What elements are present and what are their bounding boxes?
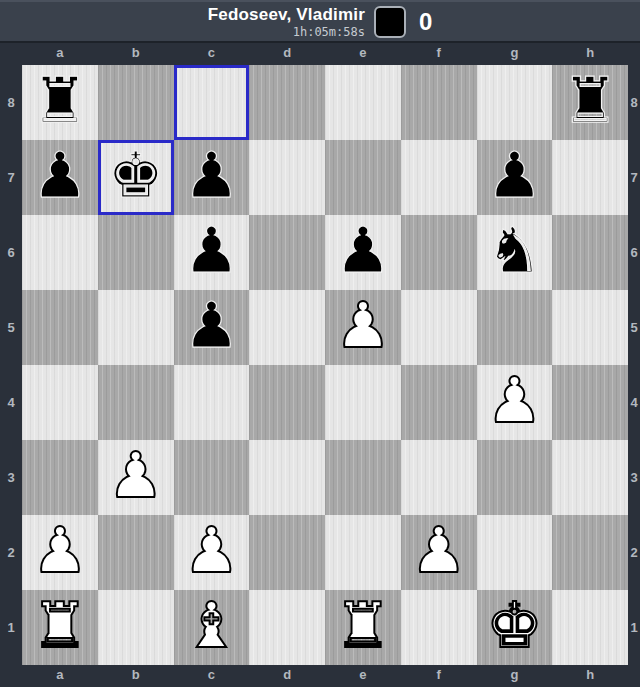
square-f2[interactable]: ♟ [401, 515, 477, 590]
square-b5[interactable] [98, 290, 174, 365]
piece-bp-c7[interactable]: ♟ [183, 144, 239, 207]
rank-label-7: 7 [0, 140, 22, 215]
square-d4[interactable] [249, 365, 325, 440]
piece-wp-c2[interactable]: ♟ [183, 519, 239, 582]
file-label-d: d [249, 43, 325, 65]
square-a5[interactable] [22, 290, 98, 365]
square-b7[interactable]: ♚ [98, 140, 174, 215]
piece-wp-f2[interactable]: ♟ [410, 519, 466, 582]
square-b8[interactable] [98, 65, 174, 140]
square-a2[interactable]: ♟ [22, 515, 98, 590]
rank-label-2: 2 [628, 515, 640, 590]
square-d6[interactable] [249, 215, 325, 290]
rank-label-5: 5 [628, 290, 640, 365]
square-d7[interactable] [249, 140, 325, 215]
square-e3[interactable] [325, 440, 401, 515]
piece-wk-g1[interactable]: ♚ [486, 594, 542, 657]
piece-bk-b7[interactable]: ♚ [107, 144, 163, 207]
square-c4[interactable] [174, 365, 250, 440]
square-h3[interactable] [552, 440, 628, 515]
square-c5[interactable]: ♟ [174, 290, 250, 365]
square-g7[interactable]: ♟ [477, 140, 553, 215]
square-h7[interactable] [552, 140, 628, 215]
player-header: Fedoseev, Vladimir 1h:05m:58s 0 [0, 0, 640, 43]
square-f3[interactable] [401, 440, 477, 515]
square-d1[interactable] [249, 590, 325, 665]
square-g5[interactable] [477, 290, 553, 365]
square-b4[interactable] [98, 365, 174, 440]
square-h4[interactable] [552, 365, 628, 440]
square-h5[interactable] [552, 290, 628, 365]
square-a7[interactable]: ♟ [22, 140, 98, 215]
square-e1[interactable]: ♜ [325, 590, 401, 665]
square-a8[interactable]: ♜ [22, 65, 98, 140]
square-a3[interactable] [22, 440, 98, 515]
square-e2[interactable] [325, 515, 401, 590]
file-label-a: a [22, 43, 98, 65]
square-g6[interactable]: ♞ [477, 215, 553, 290]
piece-bn-g6[interactable]: ♞ [486, 219, 542, 282]
square-c7[interactable]: ♟ [174, 140, 250, 215]
piece-wp-g4[interactable]: ♟ [486, 369, 542, 432]
file-label-b: b [98, 665, 174, 687]
square-h6[interactable] [552, 215, 628, 290]
piece-bp-g7[interactable]: ♟ [486, 144, 542, 207]
square-b6[interactable] [98, 215, 174, 290]
file-label-g: g [477, 665, 553, 687]
file-label-a: a [22, 665, 98, 687]
piece-wr-a1[interactable]: ♜ [32, 594, 88, 657]
square-h1[interactable] [552, 590, 628, 665]
square-d3[interactable] [249, 440, 325, 515]
square-b3[interactable]: ♟ [98, 440, 174, 515]
chess-app-window: Fedoseev, Vladimir 1h:05m:58s 0 abcdefgh… [0, 0, 640, 687]
file-label-e: e [325, 43, 401, 65]
rank-labels-right: 87654321 [628, 65, 640, 665]
rank-label-6: 6 [628, 215, 640, 290]
rank-labels-left: 87654321 [0, 65, 22, 665]
square-e4[interactable] [325, 365, 401, 440]
square-b2[interactable] [98, 515, 174, 590]
square-c1[interactable]: ♝ [174, 590, 250, 665]
file-label-h: h [552, 43, 628, 65]
file-labels-top: abcdefgh [0, 43, 640, 65]
square-c8[interactable] [174, 65, 250, 140]
rank-label-6: 6 [0, 215, 22, 290]
square-d2[interactable] [249, 515, 325, 590]
rank-label-4: 4 [628, 365, 640, 440]
player-clock: 1h:05m:58s [293, 25, 365, 39]
file-label-e: e [325, 665, 401, 687]
square-b1[interactable] [98, 590, 174, 665]
rank-label-1: 1 [628, 590, 640, 665]
file-label-f: f [401, 43, 477, 65]
square-a6[interactable] [22, 215, 98, 290]
square-f7[interactable] [401, 140, 477, 215]
square-f6[interactable] [401, 215, 477, 290]
player-color-indicator-black [374, 6, 406, 38]
rank-label-8: 8 [628, 65, 640, 140]
square-d5[interactable] [249, 290, 325, 365]
piece-br-a8[interactable]: ♜ [32, 69, 88, 132]
square-c6[interactable]: ♟ [174, 215, 250, 290]
square-e6[interactable]: ♟ [325, 215, 401, 290]
file-label-b: b [98, 43, 174, 65]
rank-label-4: 4 [0, 365, 22, 440]
player-info-block: Fedoseev, Vladimir 1h:05m:58s [208, 5, 365, 39]
rank-label-1: 1 [0, 590, 22, 665]
square-g1[interactable]: ♚ [477, 590, 553, 665]
file-label-d: d [249, 665, 325, 687]
piece-bp-c5[interactable]: ♟ [183, 294, 239, 357]
player-score: 0 [419, 8, 432, 36]
piece-bp-e6[interactable]: ♟ [335, 219, 391, 282]
piece-wp-b3[interactable]: ♟ [107, 444, 163, 507]
square-h2[interactable] [552, 515, 628, 590]
file-label-c: c [174, 43, 250, 65]
rank-label-2: 2 [0, 515, 22, 590]
rank-label-5: 5 [0, 290, 22, 365]
rank-label-3: 3 [628, 440, 640, 515]
player-name: Fedoseev, Vladimir [208, 5, 365, 24]
square-g4[interactable]: ♟ [477, 365, 553, 440]
piece-wp-a2[interactable]: ♟ [32, 519, 88, 582]
square-e8[interactable] [325, 65, 401, 140]
rank-label-8: 8 [0, 65, 22, 140]
rank-label-7: 7 [628, 140, 640, 215]
file-label-f: f [401, 665, 477, 687]
square-f1[interactable] [401, 590, 477, 665]
square-f4[interactable] [401, 365, 477, 440]
square-a4[interactable] [22, 365, 98, 440]
piece-bp-c6[interactable]: ♟ [183, 219, 239, 282]
square-a1[interactable]: ♜ [22, 590, 98, 665]
board-middle: 87654321 ♜♜♟♚♟♟♟♟♞♟♟♟♟♟♟♟♜♝♜♚ 87654321 [0, 65, 640, 665]
piece-wp-e5[interactable]: ♟ [335, 294, 391, 357]
square-g2[interactable] [477, 515, 553, 590]
square-d8[interactable] [249, 65, 325, 140]
square-g8[interactable] [477, 65, 553, 140]
square-g3[interactable] [477, 440, 553, 515]
file-label-g: g [477, 43, 553, 65]
square-c2[interactable]: ♟ [174, 515, 250, 590]
file-label-h: h [552, 665, 628, 687]
square-h8[interactable]: ♜ [552, 65, 628, 140]
square-f8[interactable] [401, 65, 477, 140]
board-grid: ♜♜♟♚♟♟♟♟♞♟♟♟♟♟♟♟♜♝♜♚ [22, 65, 628, 665]
square-f5[interactable] [401, 290, 477, 365]
rank-label-3: 3 [0, 440, 22, 515]
file-labels-bottom: abcdefgh [0, 665, 640, 687]
file-label-c: c [174, 665, 250, 687]
square-e7[interactable] [325, 140, 401, 215]
piece-br-h8[interactable]: ♜ [562, 69, 618, 132]
piece-bp-a7[interactable]: ♟ [32, 144, 88, 207]
board-frame: abcdefgh 87654321 ♜♜♟♚♟♟♟♟♞♟♟♟♟♟♟♟♜♝♜♚ 8… [0, 43, 640, 687]
piece-wb-c1[interactable]: ♝ [183, 594, 239, 657]
piece-wr-e1[interactable]: ♜ [335, 594, 391, 657]
square-c3[interactable] [174, 440, 250, 515]
square-e5[interactable]: ♟ [325, 290, 401, 365]
